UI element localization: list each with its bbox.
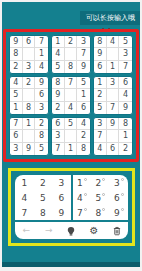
sudoku-box: 12347589 xyxy=(51,35,91,74)
sudoku-cell-r1c6[interactable]: 3 xyxy=(77,36,90,48)
sudoku-cell-r9c2[interactable]: 9 xyxy=(23,143,36,155)
sudoku-cell-r4c4[interactable]: 8 xyxy=(52,77,65,89)
sudoku-cell-r4c8[interactable]: 3 xyxy=(107,77,120,89)
gear-icon: ⚙ xyxy=(90,226,99,236)
sudoku-box: 71268395 xyxy=(9,117,49,156)
sudoku-cell-r9c1[interactable]: 3 xyxy=(10,143,23,155)
sudoku-cell-r4c1[interactable]: 4 xyxy=(10,77,23,89)
sudoku-cell-r7c7[interactable]: 3 xyxy=(94,118,107,130)
sudoku-cell-r8c8[interactable] xyxy=(107,130,120,142)
sudoku-cell-r9c6[interactable]: 8 xyxy=(77,143,90,155)
note-key-4[interactable]: 4 xyxy=(73,190,92,205)
sudoku-cell-r7c3[interactable]: 2 xyxy=(35,118,48,130)
sudoku-grid: 9678123412347589845936174295618387591246… xyxy=(9,35,133,156)
trash-icon xyxy=(112,226,122,236)
note-key-6[interactable]: 6 xyxy=(110,190,129,205)
sudoku-cell-r8c4[interactable]: 3 xyxy=(52,130,65,142)
sudoku-cell-r1c5[interactable]: 2 xyxy=(65,36,78,48)
sudoku-cell-r6c6[interactable]: 6 xyxy=(77,102,90,114)
sudoku-cell-r1c1[interactable]: 9 xyxy=(10,36,23,48)
key-1[interactable]: 1 xyxy=(15,175,34,190)
note-mark-icon xyxy=(84,193,87,196)
sudoku-box: 42956183 xyxy=(9,76,49,115)
sudoku-cell-r2c1[interactable]: 8 xyxy=(10,48,23,60)
sudoku-cell-r9c5[interactable]: 1 xyxy=(65,143,78,155)
sudoku-grid-frame: 9678123412347589845936174295618387591246… xyxy=(3,29,139,162)
sudoku-box: 84593617 xyxy=(93,35,133,74)
note-key-8[interactable]: 8 xyxy=(91,205,110,220)
sudoku-cell-r7c4[interactable]: 6 xyxy=(52,118,65,130)
sudoku-cell-r2c3[interactable]: 1 xyxy=(35,48,48,60)
note-key-7[interactable]: 7 xyxy=(73,205,92,220)
note-mark-icon xyxy=(102,208,105,211)
sudoku-cell-r7c6[interactable]: 4 xyxy=(77,118,90,130)
sudoku-cell-r1c4[interactable]: 1 xyxy=(52,36,65,48)
sudoku-cell-r8c3[interactable]: 8 xyxy=(35,130,48,142)
sudoku-cell-r5c1[interactable]: 5 xyxy=(10,89,23,101)
sudoku-cell-r6c1[interactable]: 1 xyxy=(10,102,23,114)
note-key-2[interactable]: 2 xyxy=(91,175,110,190)
redo-arrow-icon: → xyxy=(45,226,53,235)
sudoku-box: 13624579 xyxy=(93,76,133,115)
sudoku-cell-r7c9[interactable]: 8 xyxy=(119,118,132,130)
undo-arrow-icon: ← xyxy=(23,226,31,235)
toolbar: ← → ⚙ xyxy=(15,220,128,239)
sudoku-cell-r3c3[interactable]: 4 xyxy=(35,61,48,73)
sudoku-cell-r2c8[interactable] xyxy=(107,48,120,60)
keypad-notes-pad: 123456789 xyxy=(73,175,129,220)
bottom-edge-strip xyxy=(2,262,140,267)
note-mark-icon xyxy=(102,178,105,181)
note-mark-icon xyxy=(102,193,105,196)
sudoku-app-card: 可以长按输入哦 96781234123475898459361742956183… xyxy=(2,2,140,267)
sudoku-cell-r3c4[interactable]: 5 xyxy=(52,61,65,73)
sudoku-cell-r3c7[interactable]: 6 xyxy=(94,61,107,73)
key-3[interactable]: 3 xyxy=(52,175,71,190)
sudoku-cell-r1c9[interactable]: 5 xyxy=(119,36,132,48)
hint-button[interactable] xyxy=(64,224,78,238)
sudoku-cell-r1c7[interactable]: 8 xyxy=(94,36,107,48)
sudoku-cell-r1c2[interactable]: 6 xyxy=(23,36,36,48)
sudoku-box: 39871462 xyxy=(93,117,133,156)
long-press-tooltip: 可以长按输入哦 xyxy=(80,11,140,25)
sudoku-cell-r9c9[interactable]: 2 xyxy=(119,143,132,155)
sudoku-cell-r3c5[interactable]: 8 xyxy=(65,61,78,73)
sudoku-cell-r1c3[interactable]: 7 xyxy=(35,36,48,48)
sudoku-cell-r8c6[interactable]: 2 xyxy=(77,130,90,142)
sudoku-cell-r1c8[interactable]: 4 xyxy=(107,36,120,48)
keypad-normal-pad: 123456789 xyxy=(15,175,73,220)
sudoku-cell-r8c1[interactable]: 6 xyxy=(10,130,23,142)
sudoku-cell-r8c2[interactable] xyxy=(23,130,36,142)
keypad-pads: 123456789 123456789 xyxy=(15,175,128,220)
sudoku-cell-r3c2[interactable]: 3 xyxy=(23,61,36,73)
note-key-3[interactable]: 3 xyxy=(110,175,129,190)
sudoku-cell-r7c2[interactable]: 1 xyxy=(23,118,36,130)
note-key-5[interactable]: 5 xyxy=(91,190,110,205)
sudoku-cell-r5c9[interactable]: 4 xyxy=(119,89,132,101)
sudoku-cell-r2c7[interactable]: 9 xyxy=(94,48,107,60)
key-4[interactable]: 4 xyxy=(15,190,34,205)
key-7[interactable]: 7 xyxy=(15,205,34,220)
lightbulb-icon xyxy=(66,226,76,236)
undo-button[interactable]: ← xyxy=(19,224,33,238)
sudoku-cell-r2c9[interactable]: 3 xyxy=(119,48,132,60)
sudoku-cell-r4c6[interactable]: 5 xyxy=(77,77,90,89)
sudoku-cell-r8c9[interactable]: 1 xyxy=(119,130,132,142)
sudoku-cell-r6c2[interactable]: 8 xyxy=(23,102,36,114)
sudoku-cell-r9c4[interactable]: 7 xyxy=(52,143,65,155)
sudoku-cell-r6c4[interactable]: 2 xyxy=(52,102,65,114)
sudoku-cell-r6c8[interactable]: 7 xyxy=(107,102,120,114)
sudoku-cell-r4c2[interactable]: 2 xyxy=(23,77,36,89)
sudoku-cell-r5c7[interactable]: 2 xyxy=(94,89,107,101)
sudoku-cell-r9c7[interactable]: 4 xyxy=(94,143,107,155)
keypad-frame: 123456789 123456789 ← → ⚙ xyxy=(8,168,135,246)
sudoku-cell-r5c4[interactable]: 9 xyxy=(52,89,65,101)
sudoku-cell-r6c5[interactable]: 4 xyxy=(65,102,78,114)
sudoku-cell-r3c6[interactable]: 9 xyxy=(77,61,90,73)
sudoku-cell-r6c9[interactable]: 9 xyxy=(119,102,132,114)
sudoku-cell-r5c2[interactable] xyxy=(23,89,36,101)
sudoku-cell-r9c8[interactable]: 6 xyxy=(107,143,120,155)
sudoku-cell-r7c5[interactable]: 5 xyxy=(65,118,78,130)
sudoku-cell-r8c7[interactable]: 7 xyxy=(94,130,107,142)
settings-button[interactable]: ⚙ xyxy=(87,224,101,238)
note-mark-icon xyxy=(121,178,124,181)
sudoku-cell-r4c9[interactable]: 6 xyxy=(119,77,132,89)
sudoku-cell-r7c1[interactable]: 7 xyxy=(10,118,23,130)
key-5[interactable]: 5 xyxy=(34,190,53,205)
key-2[interactable]: 2 xyxy=(34,175,53,190)
note-key-1[interactable]: 1 xyxy=(73,175,92,190)
sudoku-cell-r6c3[interactable]: 3 xyxy=(35,102,48,114)
sudoku-cell-r5c5[interactable] xyxy=(65,89,78,101)
sudoku-cell-r5c6[interactable]: 1 xyxy=(77,89,90,101)
sudoku-cell-r4c3[interactable]: 9 xyxy=(35,77,48,89)
sudoku-cell-r3c1[interactable]: 2 xyxy=(10,61,23,73)
keypad: 123456789 123456789 ← → ⚙ xyxy=(15,175,128,239)
sudoku-box: 87591246 xyxy=(51,76,91,115)
sudoku-box: 65432718 xyxy=(51,117,91,156)
sudoku-cell-r3c9[interactable]: 7 xyxy=(119,61,132,73)
sudoku-cell-r4c7[interactable]: 1 xyxy=(94,77,107,89)
sudoku-cell-r2c2[interactable] xyxy=(23,48,36,60)
sudoku-cell-r2c5[interactable] xyxy=(65,48,78,60)
delete-button[interactable] xyxy=(110,224,124,238)
sudoku-box: 96781234 xyxy=(9,35,49,74)
note-mark-icon xyxy=(84,208,87,211)
sudoku-cell-r8c5[interactable] xyxy=(65,130,78,142)
note-mark-icon xyxy=(121,208,124,211)
key-9[interactable]: 9 xyxy=(52,205,71,220)
sudoku-cell-r9c3[interactable]: 5 xyxy=(35,143,48,155)
sudoku-cell-r2c4[interactable]: 4 xyxy=(52,48,65,60)
sudoku-cell-r5c8[interactable] xyxy=(107,89,120,101)
note-mark-icon xyxy=(121,193,124,196)
sudoku-cell-r2c6[interactable]: 7 xyxy=(77,48,90,60)
sudoku-cell-r5c3[interactable]: 6 xyxy=(35,89,48,101)
sudoku-cell-r4c5[interactable]: 7 xyxy=(65,77,78,89)
note-key-9[interactable]: 9 xyxy=(110,205,129,220)
sudoku-cell-r3c8[interactable]: 1 xyxy=(107,61,120,73)
note-mark-icon xyxy=(84,178,87,181)
redo-button[interactable]: → xyxy=(42,224,56,238)
sudoku-cell-r7c8[interactable]: 9 xyxy=(107,118,120,130)
sudoku-cell-r6c7[interactable]: 5 xyxy=(94,102,107,114)
key-8[interactable]: 8 xyxy=(34,205,53,220)
key-6[interactable]: 6 xyxy=(52,190,71,205)
